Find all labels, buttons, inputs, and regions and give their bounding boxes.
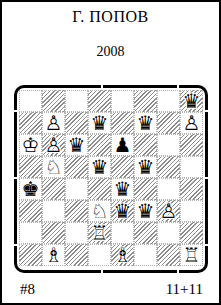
square-d1: [88, 244, 111, 266]
square-e5: [111, 156, 134, 178]
piece-bQ-d7: ♛: [91, 112, 109, 134]
piece-wN-d3: ♘: [91, 200, 109, 222]
square-f6: [134, 134, 157, 156]
frame-joint: [177, 269, 179, 274]
square-h1: ♖: [180, 244, 203, 266]
square-f2: [134, 222, 157, 244]
material-count: 11+11: [166, 281, 203, 298]
square-d3: ♘: [88, 200, 111, 222]
frame-joint: [13, 244, 18, 246]
square-h3: [180, 200, 203, 222]
piece-wP-h7: ♙: [183, 112, 201, 134]
square-b3: [42, 200, 65, 222]
square-g5: [157, 156, 180, 178]
composer-name: Г. ПОПОВ: [2, 8, 219, 26]
piece-bQ-c6: ♛: [68, 134, 86, 156]
square-c8: [65, 90, 88, 112]
frame-joint: [101, 269, 103, 274]
square-g7: [157, 112, 180, 134]
piece-wK-a6: ♔: [22, 134, 40, 156]
square-f3: ♛: [134, 200, 157, 222]
square-f5: ♛: [134, 156, 157, 178]
composition-card: Г. ПОПОВ 2008 ♛♙♛♛♙♔♙♛♟♘♛♛♚♛♘♛♛♙♖♗♗♖ #8 …: [0, 0, 221, 305]
piece-bQ-f7: ♛: [137, 112, 155, 134]
square-h6: [180, 134, 203, 156]
square-g1: [157, 244, 180, 266]
frame-joint: [204, 110, 209, 112]
square-b2: [42, 222, 65, 244]
square-a3: [19, 200, 42, 222]
square-h2: [180, 222, 203, 244]
publication-year: 2008: [2, 44, 219, 60]
square-d4: [88, 178, 111, 200]
square-e4: ♛: [111, 178, 134, 200]
square-b6: ♙: [42, 134, 65, 156]
frame-joint: [13, 110, 18, 112]
square-h8: ♛: [180, 90, 203, 112]
square-b8: [42, 90, 65, 112]
square-f7: ♛: [134, 112, 157, 134]
square-g8: [157, 90, 180, 112]
square-d8: [88, 90, 111, 112]
square-e7: [111, 112, 134, 134]
piece-wR-h1: ♖: [183, 244, 201, 266]
piece-bP-e6: ♟: [114, 134, 132, 156]
square-c4: [65, 178, 88, 200]
square-h4: [180, 178, 203, 200]
square-c2: [65, 222, 88, 244]
square-b7: ♙: [42, 112, 65, 134]
square-h7: ♙: [180, 112, 203, 134]
frame-joint: [177, 84, 179, 89]
square-g2: [157, 222, 180, 244]
square-c3: [65, 200, 88, 222]
square-c1: [65, 244, 88, 266]
chessboard-frame: ♛♙♛♛♙♔♙♛♟♘♛♛♚♛♘♛♛♙♖♗♗♖: [14, 85, 208, 273]
piece-wN-b5: ♘: [45, 156, 63, 178]
piece-bQ-d5: ♛: [91, 156, 109, 178]
square-f8: [134, 90, 157, 112]
square-f1: [134, 244, 157, 266]
square-e8: [111, 90, 134, 112]
square-d5: ♛: [88, 156, 111, 178]
square-a2: [19, 222, 42, 244]
square-a4: ♚: [19, 178, 42, 200]
frame-joint: [101, 84, 103, 89]
square-c5: [65, 156, 88, 178]
frame-joint: [13, 177, 18, 179]
chessboard: ♛♙♛♛♙♔♙♛♟♘♛♛♚♛♘♛♛♙♖♗♗♖: [19, 90, 203, 266]
square-g3: ♙: [157, 200, 180, 222]
square-a1: [19, 244, 42, 266]
piece-bK-a4: ♚: [22, 178, 40, 200]
square-e3: ♛: [111, 200, 134, 222]
square-e6: ♟: [111, 134, 134, 156]
square-a6: ♔: [19, 134, 42, 156]
piece-wB-e1: ♗: [114, 244, 132, 266]
frame-joint: [204, 244, 209, 246]
square-b1: ♗: [42, 244, 65, 266]
square-f4: [134, 178, 157, 200]
piece-bQ-f3: ♛: [137, 200, 155, 222]
square-e1: ♗: [111, 244, 134, 266]
piece-bQ-e4: ♛: [114, 178, 132, 200]
piece-bQ-e3: ♛: [114, 200, 132, 222]
piece-bQ-h8: ♛: [183, 90, 201, 112]
caption-row: #8 11+11: [2, 280, 219, 298]
square-b4: [42, 178, 65, 200]
square-b5: ♘: [42, 156, 65, 178]
square-a7: [19, 112, 42, 134]
square-d7: ♛: [88, 112, 111, 134]
square-c6: ♛: [65, 134, 88, 156]
square-g6: [157, 134, 180, 156]
square-a5: [19, 156, 42, 178]
piece-wP-b7: ♙: [45, 112, 63, 134]
square-d2: ♖: [88, 222, 111, 244]
frame-joint: [204, 177, 209, 179]
square-c7: [65, 112, 88, 134]
square-g4: [157, 178, 180, 200]
piece-wR-d2: ♖: [91, 222, 109, 244]
stipulation: #8: [20, 281, 35, 298]
square-d6: [88, 134, 111, 156]
piece-wP-b6: ♙: [45, 134, 63, 156]
piece-wB-b1: ♗: [45, 244, 63, 266]
square-e2: [111, 222, 134, 244]
square-a8: [19, 90, 42, 112]
piece-wP-g3: ♙: [160, 200, 178, 222]
piece-bQ-f5: ♛: [137, 156, 155, 178]
square-h5: [180, 156, 203, 178]
